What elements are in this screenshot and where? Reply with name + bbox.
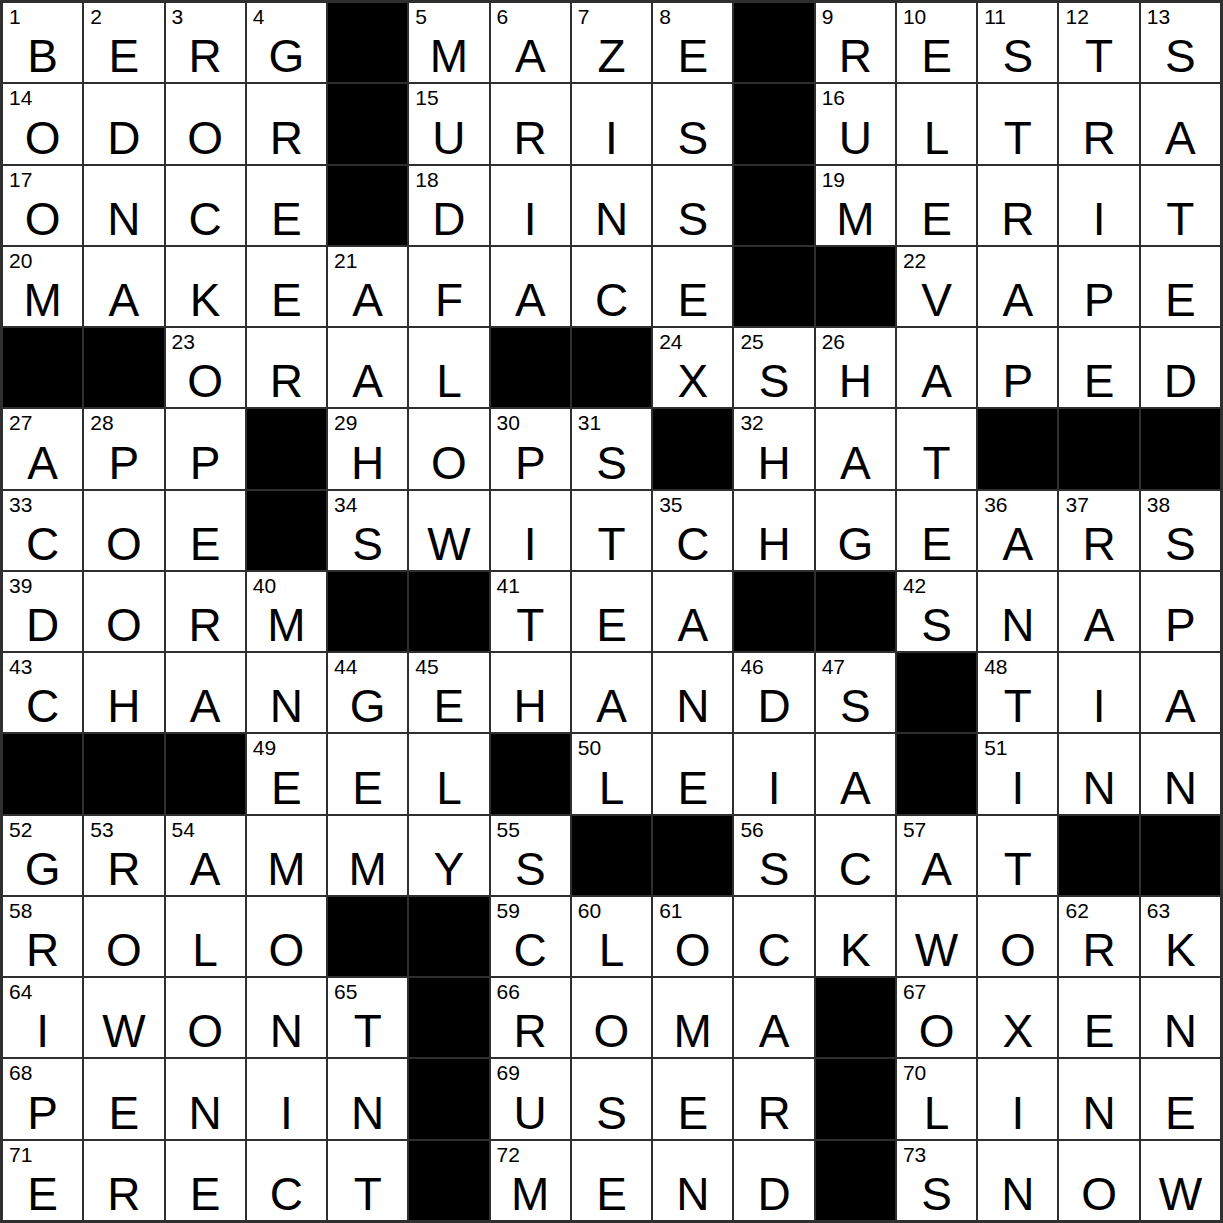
cell-letter: C bbox=[3, 521, 82, 567]
cell[interactable]: P bbox=[165, 408, 246, 489]
cell-letter: N bbox=[572, 196, 651, 242]
cell-letter: H bbox=[816, 358, 895, 404]
cell[interactable]: E bbox=[83, 1058, 164, 1139]
cell-letter: I bbox=[734, 765, 813, 811]
cell-letter: I bbox=[572, 115, 651, 161]
cell-letter: E bbox=[1141, 277, 1220, 323]
cell-letter: K bbox=[1141, 927, 1220, 973]
cell[interactable]: T bbox=[1140, 165, 1221, 246]
cell[interactable]: O bbox=[977, 896, 1058, 977]
clue-number: 57 bbox=[903, 819, 926, 840]
cell[interactable]: H bbox=[83, 652, 164, 733]
black-cell bbox=[1140, 815, 1221, 896]
cell[interactable]: D bbox=[83, 83, 164, 164]
cell[interactable]: 24X bbox=[652, 327, 733, 408]
cell[interactable]: E bbox=[652, 1058, 733, 1139]
cell-letter: E bbox=[897, 33, 976, 79]
cell[interactable]: 6A bbox=[490, 2, 571, 83]
cell[interactable]: S bbox=[571, 1058, 652, 1139]
clue-number: 69 bbox=[497, 1062, 520, 1083]
cell[interactable]: 2E bbox=[83, 2, 164, 83]
cell[interactable]: 14O bbox=[2, 83, 83, 164]
cell-letter: W bbox=[84, 1008, 163, 1054]
clue-number: 27 bbox=[9, 412, 32, 433]
cell-letter: R bbox=[816, 33, 895, 79]
cell[interactable]: O bbox=[165, 977, 246, 1058]
cell[interactable]: 31S bbox=[571, 408, 652, 489]
cell[interactable]: R bbox=[1058, 83, 1139, 164]
cell-letter: N bbox=[978, 1171, 1057, 1217]
black-cell bbox=[408, 571, 489, 652]
clue-number: 34 bbox=[334, 494, 357, 515]
black-cell bbox=[815, 1058, 896, 1139]
cell-letter: E bbox=[653, 277, 732, 323]
cell[interactable]: M bbox=[246, 815, 327, 896]
clue-number: 73 bbox=[903, 1144, 926, 1165]
clue-number: 28 bbox=[90, 412, 113, 433]
black-cell bbox=[408, 1140, 489, 1221]
cell-letter: P bbox=[84, 440, 163, 486]
clue-number: 44 bbox=[334, 656, 357, 677]
cell[interactable]: 33C bbox=[2, 490, 83, 571]
cell[interactable]: S bbox=[652, 83, 733, 164]
cell[interactable]: C bbox=[815, 815, 896, 896]
cell[interactable]: 40M bbox=[246, 571, 327, 652]
cell[interactable]: M bbox=[652, 977, 733, 1058]
cell[interactable]: E bbox=[571, 571, 652, 652]
cell-letter: N bbox=[247, 683, 326, 729]
cell[interactable]: 48T bbox=[977, 652, 1058, 733]
cell[interactable]: 16U bbox=[815, 83, 896, 164]
cell-letter: C bbox=[491, 927, 570, 973]
cell[interactable]: I bbox=[246, 1058, 327, 1139]
cell-letter: E bbox=[653, 765, 732, 811]
cell-letter: R bbox=[1059, 115, 1138, 161]
clue-number: 15 bbox=[415, 87, 438, 108]
cell[interactable]: C bbox=[246, 1140, 327, 1221]
cell-letter: S bbox=[1141, 521, 1220, 567]
cell[interactable]: R bbox=[733, 1058, 814, 1139]
cell[interactable]: N bbox=[571, 165, 652, 246]
cell[interactable]: O bbox=[83, 896, 164, 977]
cell-letter: S bbox=[653, 115, 732, 161]
cell[interactable]: K bbox=[165, 246, 246, 327]
cell-letter: E bbox=[572, 602, 651, 648]
cell[interactable]: N bbox=[83, 165, 164, 246]
cell[interactable]: N bbox=[165, 1058, 246, 1139]
cell[interactable]: E bbox=[165, 1140, 246, 1221]
cell[interactable]: A bbox=[733, 977, 814, 1058]
clue-number: 9 bbox=[822, 6, 834, 27]
cell[interactable]: F bbox=[408, 246, 489, 327]
black-cell bbox=[246, 408, 327, 489]
cell[interactable]: 56S bbox=[733, 815, 814, 896]
cell[interactable]: E bbox=[652, 246, 733, 327]
cell[interactable]: D bbox=[1140, 327, 1221, 408]
cell[interactable]: L bbox=[408, 327, 489, 408]
cell-letter: R bbox=[1059, 927, 1138, 973]
cell[interactable]: N bbox=[1058, 1058, 1139, 1139]
black-cell bbox=[2, 327, 83, 408]
cell[interactable]: 35C bbox=[652, 490, 733, 571]
cell[interactable]: G bbox=[815, 490, 896, 571]
cell-letter: K bbox=[166, 277, 245, 323]
clue-number: 41 bbox=[497, 575, 520, 596]
cell[interactable]: 9R bbox=[815, 2, 896, 83]
cell[interactable]: 46D bbox=[733, 652, 814, 733]
cell[interactable]: A bbox=[83, 246, 164, 327]
clue-number: 55 bbox=[497, 819, 520, 840]
cell[interactable]: 57A bbox=[896, 815, 977, 896]
cell[interactable]: C bbox=[165, 165, 246, 246]
cell[interactable]: A bbox=[1058, 571, 1139, 652]
cell-letter: N bbox=[84, 196, 163, 242]
cell[interactable]: N bbox=[977, 1140, 1058, 1221]
cell[interactable]: 30P bbox=[490, 408, 571, 489]
cell[interactable]: E bbox=[246, 165, 327, 246]
cell[interactable]: O bbox=[1058, 1140, 1139, 1221]
cell-letter: U bbox=[816, 115, 895, 161]
cell[interactable]: 27A bbox=[2, 408, 83, 489]
cell[interactable]: 3R bbox=[165, 2, 246, 83]
cell[interactable]: K bbox=[815, 896, 896, 977]
cell[interactable]: E bbox=[1140, 1058, 1221, 1139]
cell[interactable]: 20M bbox=[2, 246, 83, 327]
cell[interactable]: L bbox=[896, 83, 977, 164]
cell[interactable]: 68P bbox=[2, 1058, 83, 1139]
cell[interactable]: A bbox=[815, 733, 896, 814]
cell[interactable]: T bbox=[571, 490, 652, 571]
cell[interactable]: 23O bbox=[165, 327, 246, 408]
cell[interactable]: A bbox=[815, 408, 896, 489]
cell[interactable]: D bbox=[733, 1140, 814, 1221]
black-cell bbox=[246, 490, 327, 571]
cell[interactable]: A bbox=[1140, 83, 1221, 164]
cell-letter: C bbox=[816, 846, 895, 892]
clue-number: 71 bbox=[9, 1144, 32, 1165]
cell[interactable]: R bbox=[490, 83, 571, 164]
cell-letter: M bbox=[3, 277, 82, 323]
cell[interactable]: T bbox=[896, 408, 977, 489]
cell[interactable]: 64I bbox=[2, 977, 83, 1058]
cell[interactable]: 10E bbox=[896, 2, 977, 83]
cell[interactable]: E bbox=[165, 490, 246, 571]
clue-number: 30 bbox=[497, 412, 520, 433]
cell-letter: P bbox=[1059, 277, 1138, 323]
cell[interactable]: 69U bbox=[490, 1058, 571, 1139]
cell[interactable]: 60L bbox=[571, 896, 652, 977]
cell[interactable]: R bbox=[246, 83, 327, 164]
cell-letter: R bbox=[247, 115, 326, 161]
cell[interactable]: S bbox=[652, 165, 733, 246]
cell[interactable]: 62R bbox=[1058, 896, 1139, 977]
cell[interactable]: O bbox=[83, 490, 164, 571]
cell[interactable]: 54A bbox=[165, 815, 246, 896]
cell[interactable]: 70L bbox=[896, 1058, 977, 1139]
cell-letter: A bbox=[734, 1008, 813, 1054]
cell[interactable]: 52G bbox=[2, 815, 83, 896]
cell[interactable]: 38S bbox=[1140, 490, 1221, 571]
cell-letter: S bbox=[572, 440, 651, 486]
black-cell bbox=[165, 733, 246, 814]
black-cell bbox=[1058, 815, 1139, 896]
cell-letter: E bbox=[897, 521, 976, 567]
cell-letter: C bbox=[3, 683, 82, 729]
cell[interactable]: 4G bbox=[246, 2, 327, 83]
cell[interactable]: A bbox=[652, 571, 733, 652]
cell-letter: A bbox=[328, 277, 407, 323]
black-cell bbox=[408, 896, 489, 977]
cell-letter: I bbox=[1059, 196, 1138, 242]
clue-number: 62 bbox=[1065, 900, 1088, 921]
cell-letter: M bbox=[247, 846, 326, 892]
cell[interactable]: 22V bbox=[896, 246, 977, 327]
cell[interactable]: E bbox=[896, 490, 977, 571]
cell[interactable]: L bbox=[408, 733, 489, 814]
cell-letter: Z bbox=[572, 33, 651, 79]
cell-letter: A bbox=[897, 846, 976, 892]
cell[interactable]: W bbox=[1140, 1140, 1221, 1221]
clue-number: 42 bbox=[903, 575, 926, 596]
cell[interactable]: 39D bbox=[2, 571, 83, 652]
black-cell bbox=[490, 327, 571, 408]
cell-letter: A bbox=[328, 358, 407, 404]
cell-letter: I bbox=[1059, 683, 1138, 729]
cell[interactable]: N bbox=[652, 1140, 733, 1221]
cell[interactable]: 53R bbox=[83, 815, 164, 896]
cell[interactable]: I bbox=[733, 733, 814, 814]
black-cell bbox=[815, 571, 896, 652]
cell[interactable]: 29H bbox=[327, 408, 408, 489]
cell[interactable]: 67O bbox=[896, 977, 977, 1058]
cell[interactable]: O bbox=[165, 83, 246, 164]
cell-letter: E bbox=[84, 33, 163, 79]
cell[interactable]: 50L bbox=[571, 733, 652, 814]
cell[interactable]: E bbox=[571, 1140, 652, 1221]
cell[interactable]: W bbox=[83, 977, 164, 1058]
cell[interactable]: 49E bbox=[246, 733, 327, 814]
cell-letter: E bbox=[409, 683, 488, 729]
cell[interactable]: 61O bbox=[652, 896, 733, 977]
cell-letter: L bbox=[409, 358, 488, 404]
cell[interactable]: 8E bbox=[652, 2, 733, 83]
cell[interactable]: H bbox=[733, 490, 814, 571]
cell[interactable]: A bbox=[571, 652, 652, 733]
cell-letter: A bbox=[491, 33, 570, 79]
cell[interactable]: 21A bbox=[327, 246, 408, 327]
cell[interactable]: 28P bbox=[83, 408, 164, 489]
cell[interactable]: 11S bbox=[977, 2, 1058, 83]
cell[interactable]: 19M bbox=[815, 165, 896, 246]
cell[interactable]: 71E bbox=[2, 1140, 83, 1221]
cell-letter: T bbox=[328, 1171, 407, 1217]
cell[interactable]: M bbox=[327, 815, 408, 896]
cell[interactable]: E bbox=[1058, 327, 1139, 408]
cell[interactable]: O bbox=[83, 571, 164, 652]
cell[interactable]: O bbox=[571, 977, 652, 1058]
cell[interactable]: A bbox=[165, 652, 246, 733]
cell-letter: O bbox=[166, 115, 245, 161]
cell[interactable]: N bbox=[1140, 733, 1221, 814]
cell-letter: E bbox=[247, 277, 326, 323]
cell[interactable]: 17O bbox=[2, 165, 83, 246]
cell[interactable]: 1B bbox=[2, 2, 83, 83]
black-cell bbox=[815, 977, 896, 1058]
clue-number: 61 bbox=[659, 900, 682, 921]
cell[interactable]: 26H bbox=[815, 327, 896, 408]
cell[interactable]: W bbox=[408, 490, 489, 571]
cell[interactable]: Y bbox=[408, 815, 489, 896]
cell[interactable]: A bbox=[977, 246, 1058, 327]
cell-letter: E bbox=[653, 33, 732, 79]
cell[interactable]: 59C bbox=[490, 896, 571, 977]
cell[interactable]: 12T bbox=[1058, 2, 1139, 83]
cell[interactable]: E bbox=[1140, 246, 1221, 327]
cell-letter: A bbox=[491, 277, 570, 323]
cell[interactable]: 7Z bbox=[571, 2, 652, 83]
cell-letter: W bbox=[1141, 1171, 1220, 1217]
cell[interactable]: 25S bbox=[733, 327, 814, 408]
cell-letter: A bbox=[816, 440, 895, 486]
clue-number: 33 bbox=[9, 494, 32, 515]
cell-letter: S bbox=[572, 1090, 651, 1136]
cell[interactable]: 36A bbox=[977, 490, 1058, 571]
cell[interactable]: I bbox=[571, 83, 652, 164]
cell-letter: E bbox=[653, 1090, 732, 1136]
cell-letter: N bbox=[166, 1090, 245, 1136]
cell[interactable]: L bbox=[165, 896, 246, 977]
cell[interactable]: A bbox=[1140, 652, 1221, 733]
cell[interactable]: N bbox=[246, 977, 327, 1058]
cell[interactable]: A bbox=[896, 327, 977, 408]
cell[interactable]: 65T bbox=[327, 977, 408, 1058]
cell[interactable]: 34S bbox=[327, 490, 408, 571]
cell-letter: H bbox=[328, 440, 407, 486]
cell[interactable]: I bbox=[1058, 652, 1139, 733]
cell[interactable]: 18D bbox=[408, 165, 489, 246]
cell[interactable]: R bbox=[83, 1140, 164, 1221]
cell-letter: S bbox=[897, 602, 976, 648]
cell[interactable]: T bbox=[327, 1140, 408, 1221]
cell[interactable]: R bbox=[246, 327, 327, 408]
cell-letter: S bbox=[978, 33, 1057, 79]
black-cell bbox=[490, 733, 571, 814]
cell[interactable]: 37R bbox=[1058, 490, 1139, 571]
cell-letter: E bbox=[897, 196, 976, 242]
cell[interactable]: I bbox=[490, 165, 571, 246]
cell-letter: G bbox=[816, 521, 895, 567]
cell[interactable]: E bbox=[1058, 977, 1139, 1058]
cell-letter: P bbox=[1141, 602, 1220, 648]
cell[interactable]: P bbox=[1140, 571, 1221, 652]
cell[interactable]: 15U bbox=[408, 83, 489, 164]
cell[interactable]: I bbox=[490, 490, 571, 571]
cell[interactable]: 32H bbox=[733, 408, 814, 489]
cell[interactable]: C bbox=[733, 896, 814, 977]
cell-letter: A bbox=[84, 277, 163, 323]
cell-letter: C bbox=[572, 277, 651, 323]
cell[interactable]: 55S bbox=[490, 815, 571, 896]
cell[interactable]: 51I bbox=[977, 733, 1058, 814]
cell[interactable]: 5M bbox=[408, 2, 489, 83]
cell-letter: I bbox=[3, 1008, 82, 1054]
clue-number: 63 bbox=[1147, 900, 1170, 921]
cell[interactable]: 13S bbox=[1140, 2, 1221, 83]
cell[interactable]: I bbox=[977, 1058, 1058, 1139]
cell[interactable]: O bbox=[246, 896, 327, 977]
cell[interactable]: 58R bbox=[2, 896, 83, 977]
clue-number: 24 bbox=[659, 331, 682, 352]
cell[interactable]: 45E bbox=[408, 652, 489, 733]
cell[interactable]: N bbox=[977, 571, 1058, 652]
cell[interactable]: R bbox=[165, 571, 246, 652]
cell[interactable]: N bbox=[327, 1058, 408, 1139]
cell-letter: B bbox=[3, 33, 82, 79]
cell[interactable]: C bbox=[571, 246, 652, 327]
cell[interactable]: N bbox=[1140, 977, 1221, 1058]
cell[interactable]: I bbox=[1058, 165, 1139, 246]
cell[interactable]: O bbox=[408, 408, 489, 489]
cell-letter: L bbox=[166, 927, 245, 973]
cell[interactable]: 43C bbox=[2, 652, 83, 733]
cell-letter: N bbox=[1059, 1090, 1138, 1136]
cell[interactable]: E bbox=[896, 165, 977, 246]
black-cell bbox=[652, 408, 733, 489]
cell-letter: M bbox=[247, 602, 326, 648]
cell[interactable]: E bbox=[327, 733, 408, 814]
cell[interactable]: E bbox=[652, 733, 733, 814]
cell[interactable]: 42S bbox=[896, 571, 977, 652]
cell[interactable]: 63K bbox=[1140, 896, 1221, 977]
cell[interactable]: X bbox=[977, 977, 1058, 1058]
cell-letter: E bbox=[166, 521, 245, 567]
black-cell bbox=[733, 571, 814, 652]
cell[interactable]: T bbox=[977, 83, 1058, 164]
cell[interactable]: A bbox=[327, 327, 408, 408]
cell[interactable]: 72M bbox=[490, 1140, 571, 1221]
cell[interactable]: 73S bbox=[896, 1140, 977, 1221]
cell[interactable]: H bbox=[490, 652, 571, 733]
cell[interactable]: E bbox=[246, 246, 327, 327]
cell-letter: I bbox=[247, 1090, 326, 1136]
cell[interactable]: 41T bbox=[490, 571, 571, 652]
cell[interactable]: P bbox=[977, 327, 1058, 408]
cell-letter: P bbox=[491, 440, 570, 486]
cell[interactable]: N bbox=[652, 652, 733, 733]
clue-number: 48 bbox=[984, 656, 1007, 677]
cell[interactable]: 44G bbox=[327, 652, 408, 733]
cell[interactable]: P bbox=[1058, 246, 1139, 327]
cell-letter: X bbox=[978, 1008, 1057, 1054]
cell-letter: N bbox=[653, 683, 732, 729]
cell-letter: H bbox=[734, 521, 813, 567]
cell[interactable]: R bbox=[977, 165, 1058, 246]
cell-letter: T bbox=[491, 602, 570, 648]
cell[interactable]: 47S bbox=[815, 652, 896, 733]
cell[interactable]: T bbox=[977, 815, 1058, 896]
cell-letter: G bbox=[3, 846, 82, 892]
clue-number: 7 bbox=[578, 6, 590, 27]
cell[interactable]: 66R bbox=[490, 977, 571, 1058]
cell[interactable]: A bbox=[490, 246, 571, 327]
cell[interactable]: W bbox=[896, 896, 977, 977]
clue-number: 16 bbox=[822, 87, 845, 108]
cell-letter: I bbox=[491, 196, 570, 242]
clue-number: 22 bbox=[903, 250, 926, 271]
cell[interactable]: N bbox=[246, 652, 327, 733]
clue-number: 43 bbox=[9, 656, 32, 677]
cell[interactable]: N bbox=[1058, 733, 1139, 814]
